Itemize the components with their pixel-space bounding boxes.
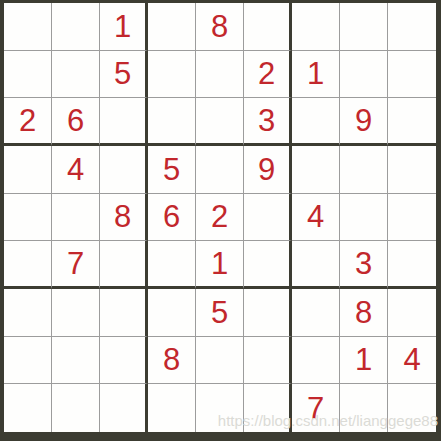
cell-given-digit: 8 (355, 297, 372, 328)
cell-given-digit: 1 (211, 248, 228, 279)
sudoku-cell-r6c3[interactable] (100, 241, 148, 289)
sudoku-cell-r8c4[interactable]: 8 (148, 337, 196, 385)
cell-given-digit: 9 (258, 154, 275, 185)
sudoku-cell-r4c5[interactable] (196, 146, 244, 194)
sudoku-cell-r6c7[interactable] (292, 241, 340, 289)
sudoku-cell-r4c7[interactable] (292, 146, 340, 194)
sudoku-cell-r7c2[interactable] (52, 289, 100, 337)
sudoku-cell-r3c6[interactable]: 3 (244, 98, 292, 146)
sudoku-cell-r3c7[interactable] (292, 98, 340, 146)
cell-given-digit: 9 (355, 105, 372, 136)
sudoku-cell-r1c6[interactable] (244, 3, 292, 51)
sudoku-cell-r2c9[interactable] (388, 51, 436, 99)
sudoku-cell-r8c5[interactable] (196, 337, 244, 385)
sudoku-cell-r6c6[interactable] (244, 241, 292, 289)
cell-given-digit: 1 (307, 58, 324, 89)
sudoku-cell-r3c5[interactable] (196, 98, 244, 146)
sudoku-cell-r2c2[interactable] (52, 51, 100, 99)
sudoku-cell-r1c1[interactable] (4, 3, 52, 51)
sudoku-cell-r9c6[interactable] (244, 384, 292, 432)
sudoku-cell-r7c8[interactable]: 8 (340, 289, 388, 337)
sudoku-cell-r9c8[interactable] (340, 384, 388, 432)
cell-given-digit: 2 (19, 105, 36, 136)
sudoku-cell-r7c1[interactable] (4, 289, 52, 337)
sudoku-cell-r6c5[interactable]: 1 (196, 241, 244, 289)
sudoku-cell-r6c1[interactable] (4, 241, 52, 289)
sudoku-cell-r7c4[interactable] (148, 289, 196, 337)
sudoku-cell-r5c6[interactable] (244, 194, 292, 242)
sudoku-cell-r8c8[interactable]: 1 (340, 337, 388, 385)
sudoku-cell-r9c4[interactable] (148, 384, 196, 432)
sudoku-board-wrap: 1852126394598624713588147 https://blog.c… (0, 0, 441, 441)
sudoku-cell-r2c3[interactable]: 5 (100, 51, 148, 99)
sudoku-cell-r1c3[interactable]: 1 (100, 3, 148, 51)
cell-given-digit: 3 (355, 248, 372, 279)
sudoku-cell-r1c2[interactable] (52, 3, 100, 51)
sudoku-cell-r5c5[interactable]: 2 (196, 194, 244, 242)
cell-given-digit: 6 (163, 201, 180, 232)
sudoku-cell-r1c8[interactable] (340, 3, 388, 51)
sudoku-cell-r2c5[interactable] (196, 51, 244, 99)
sudoku-cell-r1c9[interactable] (388, 3, 436, 51)
cell-given-digit: 4 (67, 154, 84, 185)
sudoku-cell-r8c1[interactable] (4, 337, 52, 385)
sudoku-board: 1852126394598624713588147 (0, 0, 441, 441)
sudoku-cell-r3c8[interactable]: 9 (340, 98, 388, 146)
cell-given-digit: 1 (114, 11, 131, 42)
sudoku-cell-r8c2[interactable] (52, 337, 100, 385)
cell-given-digit: 8 (114, 201, 131, 232)
sudoku-cell-r4c2[interactable]: 4 (52, 146, 100, 194)
cell-given-digit: 4 (403, 344, 420, 375)
cell-given-digit: 8 (211, 11, 228, 42)
cell-given-digit: 5 (211, 297, 228, 328)
sudoku-cell-r1c7[interactable] (292, 3, 340, 51)
sudoku-cell-r9c2[interactable] (52, 384, 100, 432)
cell-given-digit: 4 (307, 201, 324, 232)
cell-given-digit: 5 (114, 58, 131, 89)
sudoku-cell-r1c5[interactable]: 8 (196, 3, 244, 51)
sudoku-cell-r7c9[interactable] (388, 289, 436, 337)
cell-given-digit: 3 (258, 105, 275, 136)
sudoku-cell-r3c1[interactable]: 2 (4, 98, 52, 146)
sudoku-cell-r8c6[interactable] (244, 337, 292, 385)
sudoku-cell-r2c8[interactable] (340, 51, 388, 99)
cell-given-digit: 7 (67, 248, 84, 279)
cell-given-digit: 2 (211, 201, 228, 232)
sudoku-cell-r6c8[interactable]: 3 (340, 241, 388, 289)
sudoku-cell-r5c9[interactable] (388, 194, 436, 242)
sudoku-cell-r2c6[interactable]: 2 (244, 51, 292, 99)
sudoku-cell-r9c5[interactable] (196, 384, 244, 432)
sudoku-cell-r8c3[interactable] (100, 337, 148, 385)
sudoku-cell-r6c2[interactable]: 7 (52, 241, 100, 289)
sudoku-cell-r4c6[interactable]: 9 (244, 146, 292, 194)
sudoku-cell-r2c1[interactable] (4, 51, 52, 99)
sudoku-cell-r3c9[interactable] (388, 98, 436, 146)
sudoku-cell-r2c7[interactable]: 1 (292, 51, 340, 99)
cell-given-digit: 5 (163, 154, 180, 185)
sudoku-cell-r8c7[interactable] (292, 337, 340, 385)
sudoku-cell-r3c3[interactable] (100, 98, 148, 146)
sudoku-cell-r7c7[interactable] (292, 289, 340, 337)
sudoku-cell-r4c1[interactable] (4, 146, 52, 194)
sudoku-cell-r5c1[interactable] (4, 194, 52, 242)
sudoku-cell-r8c9[interactable]: 4 (388, 337, 436, 385)
sudoku-cell-r9c7[interactable]: 7 (292, 384, 340, 432)
cell-given-digit: 2 (258, 58, 275, 89)
sudoku-cell-r6c9[interactable] (388, 241, 436, 289)
sudoku-cell-r2c4[interactable] (148, 51, 196, 99)
cell-given-digit: 7 (307, 393, 324, 424)
sudoku-cell-r4c4[interactable]: 5 (148, 146, 196, 194)
sudoku-cell-r3c2[interactable]: 6 (52, 98, 100, 146)
sudoku-cell-r3c4[interactable] (148, 98, 196, 146)
sudoku-cell-r7c5[interactable]: 5 (196, 289, 244, 337)
sudoku-cell-r7c3[interactable] (100, 289, 148, 337)
sudoku-cell-r4c3[interactable] (100, 146, 148, 194)
sudoku-cell-r6c4[interactable] (148, 241, 196, 289)
cell-given-digit: 6 (67, 105, 84, 136)
sudoku-cell-r9c1[interactable] (4, 384, 52, 432)
sudoku-cell-r5c8[interactable] (340, 194, 388, 242)
sudoku-cell-r9c3[interactable] (100, 384, 148, 432)
sudoku-cell-r1c4[interactable] (148, 3, 196, 51)
sudoku-cell-r4c8[interactable] (340, 146, 388, 194)
sudoku-cell-r5c4[interactable]: 6 (148, 194, 196, 242)
sudoku-cell-r5c3[interactable]: 8 (100, 194, 148, 242)
cell-given-digit: 8 (163, 344, 180, 375)
sudoku-cell-r4c9[interactable] (388, 146, 436, 194)
sudoku-cell-r5c2[interactable] (52, 194, 100, 242)
cell-given-digit: 1 (355, 344, 372, 375)
sudoku-cell-r7c6[interactable] (244, 289, 292, 337)
sudoku-cell-r9c9[interactable] (388, 384, 436, 432)
sudoku-cell-r5c7[interactable]: 4 (292, 194, 340, 242)
